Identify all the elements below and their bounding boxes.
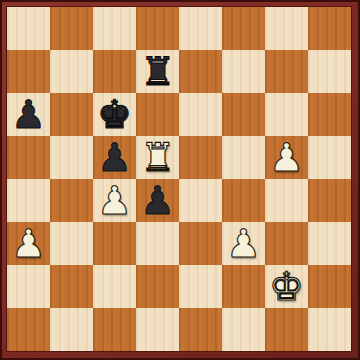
square-d7[interactable]: ♜ <box>136 50 179 93</box>
square-d3[interactable] <box>136 222 179 265</box>
square-f2[interactable] <box>222 265 265 308</box>
white-pawn[interactable]: ♟ <box>11 224 46 263</box>
square-e1[interactable] <box>179 308 222 351</box>
square-d8[interactable] <box>136 7 179 50</box>
square-c2[interactable] <box>93 265 136 308</box>
square-c5[interactable]: ♟ <box>93 136 136 179</box>
square-f6[interactable] <box>222 93 265 136</box>
square-f5[interactable] <box>222 136 265 179</box>
white-pawn[interactable]: ♟ <box>226 224 261 263</box>
chess-board: ♜♟♚♟♜♟♟♟♟♟♚ <box>7 7 351 351</box>
square-e8[interactable] <box>179 7 222 50</box>
black-pawn[interactable]: ♟ <box>140 181 175 220</box>
square-b2[interactable] <box>50 265 93 308</box>
square-g1[interactable] <box>265 308 308 351</box>
square-h7[interactable] <box>308 50 351 93</box>
square-e6[interactable] <box>179 93 222 136</box>
square-f8[interactable] <box>222 7 265 50</box>
square-e3[interactable] <box>179 222 222 265</box>
square-e7[interactable] <box>179 50 222 93</box>
square-a1[interactable] <box>7 308 50 351</box>
square-c6[interactable]: ♚ <box>93 93 136 136</box>
square-d6[interactable] <box>136 93 179 136</box>
square-d2[interactable] <box>136 265 179 308</box>
white-pawn[interactable]: ♟ <box>97 181 132 220</box>
square-g5[interactable]: ♟ <box>265 136 308 179</box>
square-b8[interactable] <box>50 7 93 50</box>
square-c8[interactable] <box>93 7 136 50</box>
square-a8[interactable] <box>7 7 50 50</box>
square-g7[interactable] <box>265 50 308 93</box>
square-g4[interactable] <box>265 179 308 222</box>
square-a4[interactable] <box>7 179 50 222</box>
square-h2[interactable] <box>308 265 351 308</box>
square-f3[interactable]: ♟ <box>222 222 265 265</box>
black-rook[interactable]: ♜ <box>140 52 175 91</box>
square-b5[interactable] <box>50 136 93 179</box>
square-a2[interactable] <box>7 265 50 308</box>
square-g6[interactable] <box>265 93 308 136</box>
square-b7[interactable] <box>50 50 93 93</box>
white-rook[interactable]: ♜ <box>140 138 175 177</box>
square-a6[interactable]: ♟ <box>7 93 50 136</box>
square-a5[interactable] <box>7 136 50 179</box>
square-d4[interactable]: ♟ <box>136 179 179 222</box>
square-c3[interactable] <box>93 222 136 265</box>
square-a7[interactable] <box>7 50 50 93</box>
square-f1[interactable] <box>222 308 265 351</box>
square-h1[interactable] <box>308 308 351 351</box>
square-e2[interactable] <box>179 265 222 308</box>
square-h8[interactable] <box>308 7 351 50</box>
square-c4[interactable]: ♟ <box>93 179 136 222</box>
white-pawn[interactable]: ♟ <box>269 138 304 177</box>
white-king[interactable]: ♚ <box>269 267 304 306</box>
black-pawn[interactable]: ♟ <box>11 95 46 134</box>
square-a3[interactable]: ♟ <box>7 222 50 265</box>
square-e4[interactable] <box>179 179 222 222</box>
square-g8[interactable] <box>265 7 308 50</box>
square-h4[interactable] <box>308 179 351 222</box>
black-pawn[interactable]: ♟ <box>97 138 132 177</box>
square-f7[interactable] <box>222 50 265 93</box>
square-h5[interactable] <box>308 136 351 179</box>
square-c1[interactable] <box>93 308 136 351</box>
black-king[interactable]: ♚ <box>97 95 132 134</box>
board-frame: ♜♟♚♟♜♟♟♟♟♟♚ <box>0 0 360 360</box>
square-b6[interactable] <box>50 93 93 136</box>
square-e5[interactable] <box>179 136 222 179</box>
square-d1[interactable] <box>136 308 179 351</box>
square-f4[interactable] <box>222 179 265 222</box>
square-b3[interactable] <box>50 222 93 265</box>
square-b1[interactable] <box>50 308 93 351</box>
square-b4[interactable] <box>50 179 93 222</box>
square-d5[interactable]: ♜ <box>136 136 179 179</box>
square-h3[interactable] <box>308 222 351 265</box>
square-g2[interactable]: ♚ <box>265 265 308 308</box>
square-g3[interactable] <box>265 222 308 265</box>
square-c7[interactable] <box>93 50 136 93</box>
square-h6[interactable] <box>308 93 351 136</box>
